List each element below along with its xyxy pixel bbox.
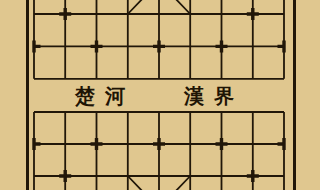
file-lines [34,0,284,190]
river-label-chu-he: 楚河 [74,84,135,108]
river-label-han-jie: 漢界 [183,84,244,108]
xiangqi-board[interactable]: 楚河 漢界 [0,0,320,190]
board-svg: 楚河 漢界 [0,0,320,190]
board-border [28,0,295,190]
